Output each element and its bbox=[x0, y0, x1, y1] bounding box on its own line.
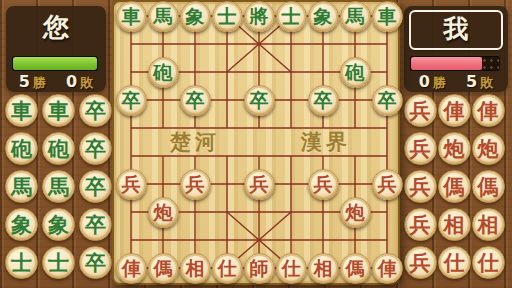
board-point-r8c5[interactable] bbox=[243, 198, 275, 226]
board-point-r1c5[interactable]: 將 bbox=[243, 2, 275, 30]
piece-red-傌-r10c8[interactable]: 傌 bbox=[340, 253, 371, 284]
board-point-r5c1[interactable] bbox=[115, 114, 147, 142]
board-point-r2c7[interactable] bbox=[307, 30, 339, 58]
tray-slot: 仕 bbox=[437, 243, 471, 281]
piece-red-兵-r7c7[interactable]: 兵 bbox=[308, 169, 339, 200]
opponent-name: 您 bbox=[6, 8, 106, 46]
tray-piece-red-俥-r1c3: 俥 bbox=[472, 94, 505, 127]
board-point-r10c5[interactable]: 師 bbox=[243, 254, 275, 282]
board-point-r5c4[interactable] bbox=[211, 114, 243, 142]
tray-slot: 象 bbox=[3, 205, 40, 243]
piece-black-車-r1c9[interactable]: 車 bbox=[372, 1, 403, 32]
piece-black-馬-r1c8[interactable]: 馬 bbox=[340, 1, 371, 32]
board-point-r1c4[interactable]: 士 bbox=[211, 2, 243, 30]
tray-piece-black-士-r5c1: 士 bbox=[5, 246, 38, 279]
player-losses-count: 5 bbox=[466, 72, 477, 91]
board-point-r2c2[interactable] bbox=[147, 30, 179, 58]
board-point-r2c6[interactable] bbox=[275, 30, 307, 58]
tray-piece-black-士-r5c2: 士 bbox=[42, 246, 75, 279]
board-point-r6c7[interactable] bbox=[307, 142, 339, 170]
tray-slot: 馬 bbox=[3, 167, 40, 205]
tray-piece-red-兵-r5c1: 兵 bbox=[404, 246, 437, 279]
piece-black-卒-r4c1[interactable]: 卒 bbox=[116, 85, 147, 116]
tray-piece-black-卒-r5c3: 卒 bbox=[79, 246, 112, 279]
board-point-r2c9[interactable] bbox=[371, 30, 403, 58]
opponent-panel: 您 5勝 0敗 bbox=[6, 6, 106, 92]
tray-slot: 兵 bbox=[403, 205, 437, 243]
opponent-piece-tray: 車車卒砲砲卒馬馬卒象象卒士士卒 bbox=[3, 91, 114, 281]
board-point-r9c8[interactable] bbox=[339, 226, 371, 254]
opponent-losses-count: 0 bbox=[66, 72, 77, 91]
tray-piece-black-車-r1c1: 車 bbox=[5, 94, 38, 127]
piece-black-卒-r4c5[interactable]: 卒 bbox=[244, 85, 275, 116]
board-point-r7c8[interactable] bbox=[339, 170, 371, 198]
player-winrate-fill bbox=[411, 57, 482, 70]
board-point-r7c7[interactable]: 兵 bbox=[307, 170, 339, 198]
board-point-r7c9[interactable]: 兵 bbox=[371, 170, 403, 198]
piece-red-兵-r7c5[interactable]: 兵 bbox=[244, 169, 275, 200]
board-point-r2c1[interactable] bbox=[115, 30, 147, 58]
opponent-winrate-bar bbox=[12, 56, 98, 71]
board-point-r9c1[interactable] bbox=[115, 226, 147, 254]
board-point-r10c3[interactable]: 相 bbox=[179, 254, 211, 282]
tray-piece-red-相-r4c3: 相 bbox=[472, 208, 505, 241]
tray-slot: 相 bbox=[437, 205, 471, 243]
piece-red-傌-r10c2[interactable]: 傌 bbox=[148, 253, 179, 284]
tray-slot: 傌 bbox=[437, 167, 471, 205]
piece-red-相-r10c7[interactable]: 相 bbox=[308, 253, 339, 284]
board-point-r3c1[interactable] bbox=[115, 58, 147, 86]
board-point-r3c9[interactable] bbox=[371, 58, 403, 86]
tray-slot: 傌 bbox=[471, 167, 505, 205]
piece-red-兵-r7c9[interactable]: 兵 bbox=[372, 169, 403, 200]
opponent-losses-label: 敗 bbox=[80, 74, 93, 92]
board-point-r9c7[interactable] bbox=[307, 226, 339, 254]
xiangqi-board[interactable]: 楚河 漢界 車馬象士將士象馬車砲砲卒卒卒卒卒兵兵兵兵兵炮炮俥傌相仕師仕相傌俥 bbox=[112, 0, 400, 285]
board-point-r6c9[interactable] bbox=[371, 142, 403, 170]
piece-red-炮-r8c8[interactable]: 炮 bbox=[340, 197, 371, 228]
board-point-r4c1[interactable]: 卒 bbox=[115, 86, 147, 114]
board-point-r1c7[interactable]: 象 bbox=[307, 2, 339, 30]
tray-piece-red-炮-r2c2: 炮 bbox=[438, 132, 471, 165]
opponent-winrate-fill bbox=[13, 57, 97, 70]
piece-red-俥-r10c1[interactable]: 俥 bbox=[116, 253, 147, 284]
board-point-r7c5[interactable]: 兵 bbox=[243, 170, 275, 198]
tray-slot: 炮 bbox=[437, 129, 471, 167]
tray-piece-red-仕-r5c2: 仕 bbox=[438, 246, 471, 279]
board-point-r3c4[interactable] bbox=[211, 58, 243, 86]
player-wins-count: 0 bbox=[419, 72, 430, 91]
piece-black-士-r1c6[interactable]: 士 bbox=[276, 1, 307, 32]
board-point-r8c4[interactable] bbox=[211, 198, 243, 226]
tray-piece-black-馬-r3c2: 馬 bbox=[42, 170, 75, 203]
tray-slot: 兵 bbox=[403, 91, 437, 129]
tray-slot: 車 bbox=[40, 91, 77, 129]
piece-black-卒-r4c7[interactable]: 卒 bbox=[308, 85, 339, 116]
piece-black-卒-r4c3[interactable]: 卒 bbox=[180, 85, 211, 116]
board-point-r5c6[interactable] bbox=[275, 114, 307, 142]
board-point-r1c2[interactable]: 馬 bbox=[147, 2, 179, 30]
board-point-r4c7[interactable]: 卒 bbox=[307, 86, 339, 114]
board-point-r2c3[interactable] bbox=[179, 30, 211, 58]
player-wins-label: 勝 bbox=[433, 74, 446, 92]
tray-piece-red-俥-r1c2: 俥 bbox=[438, 94, 471, 127]
tray-slot: 俥 bbox=[471, 91, 505, 129]
tray-slot: 車 bbox=[3, 91, 40, 129]
tray-slot: 卒 bbox=[77, 243, 114, 281]
board-point-r3c8[interactable]: 砲 bbox=[339, 58, 371, 86]
board-point-r6c5[interactable] bbox=[243, 142, 275, 170]
tray-piece-red-兵-r2c1: 兵 bbox=[404, 132, 437, 165]
board-point-r4c2[interactable] bbox=[147, 86, 179, 114]
board-point-r9c3[interactable] bbox=[179, 226, 211, 254]
board-point-r1c6[interactable]: 士 bbox=[275, 2, 307, 30]
tray-slot: 卒 bbox=[77, 167, 114, 205]
tray-piece-black-卒-r1c3: 卒 bbox=[79, 94, 112, 127]
board-point-r5c8[interactable] bbox=[339, 114, 371, 142]
opponent-record: 5勝 0敗 bbox=[6, 72, 106, 92]
board-point-r4c3[interactable]: 卒 bbox=[179, 86, 211, 114]
tray-piece-black-卒-r4c3: 卒 bbox=[79, 208, 112, 241]
tray-slot: 砲 bbox=[3, 129, 40, 167]
player-piece-tray: 兵俥俥兵炮炮兵傌傌兵相相兵仕仕 bbox=[403, 91, 505, 281]
board-point-r8c9[interactable] bbox=[371, 198, 403, 226]
tray-piece-red-炮-r2c3: 炮 bbox=[472, 132, 505, 165]
player-record: 0勝 5敗 bbox=[404, 72, 508, 92]
piece-black-將-r1c5[interactable]: 將 bbox=[244, 1, 275, 32]
board-point-r2c5[interactable] bbox=[243, 30, 275, 58]
player-panel: 我 0勝 5敗 bbox=[404, 6, 508, 92]
board-point-r10c7[interactable]: 相 bbox=[307, 254, 339, 282]
board-point-r4c5[interactable]: 卒 bbox=[243, 86, 275, 114]
tray-piece-black-卒-r2c3: 卒 bbox=[79, 132, 112, 165]
board-point-r10c1[interactable]: 俥 bbox=[115, 254, 147, 282]
board-point-r8c6[interactable] bbox=[275, 198, 307, 226]
tray-piece-red-傌-r3c2: 傌 bbox=[438, 170, 471, 203]
board-point-r5c5[interactable] bbox=[243, 114, 275, 142]
player-winrate-bar bbox=[410, 56, 500, 71]
tray-slot: 馬 bbox=[40, 167, 77, 205]
piece-black-卒-r4c9[interactable]: 卒 bbox=[372, 85, 403, 116]
piece-red-仕-r10c4[interactable]: 仕 bbox=[212, 253, 243, 284]
piece-red-炮-r8c2[interactable]: 炮 bbox=[148, 197, 179, 228]
board-point-r5c2[interactable] bbox=[147, 114, 179, 142]
board-point-r9c9[interactable] bbox=[371, 226, 403, 254]
tray-piece-black-車-r1c2: 車 bbox=[42, 94, 75, 127]
piece-black-象-r1c7[interactable]: 象 bbox=[308, 1, 339, 32]
board-point-r6c1[interactable] bbox=[115, 142, 147, 170]
tray-slot: 兵 bbox=[403, 129, 437, 167]
piece-red-兵-r7c1[interactable]: 兵 bbox=[116, 169, 147, 200]
board-point-r6c2[interactable] bbox=[147, 142, 179, 170]
piece-red-兵-r7c3[interactable]: 兵 bbox=[180, 169, 211, 200]
tray-piece-black-卒-r3c3: 卒 bbox=[79, 170, 112, 203]
tray-slot: 仕 bbox=[471, 243, 505, 281]
tray-slot: 相 bbox=[471, 205, 505, 243]
tray-piece-black-象-r4c1: 象 bbox=[5, 208, 38, 241]
board-point-r4c9[interactable]: 卒 bbox=[371, 86, 403, 114]
board-point-r8c7[interactable] bbox=[307, 198, 339, 226]
tray-piece-black-馬-r3c1: 馬 bbox=[5, 170, 38, 203]
board-point-r3c5[interactable] bbox=[243, 58, 275, 86]
board-point-r9c4[interactable] bbox=[211, 226, 243, 254]
piece-red-仕-r10c6[interactable]: 仕 bbox=[276, 253, 307, 284]
board-point-r7c4[interactable] bbox=[211, 170, 243, 198]
tray-slot: 象 bbox=[40, 205, 77, 243]
board-point-r7c1[interactable]: 兵 bbox=[115, 170, 147, 198]
tray-slot: 卒 bbox=[77, 205, 114, 243]
tray-piece-black-象-r4c2: 象 bbox=[42, 208, 75, 241]
board-point-r8c8[interactable]: 炮 bbox=[339, 198, 371, 226]
board-point-r4c6[interactable] bbox=[275, 86, 307, 114]
board-point-r3c6[interactable] bbox=[275, 58, 307, 86]
opponent-wins-label: 勝 bbox=[33, 74, 46, 92]
tray-piece-black-砲-r2c2: 砲 bbox=[42, 132, 75, 165]
board-point-r8c1[interactable] bbox=[115, 198, 147, 226]
tray-slot: 士 bbox=[3, 243, 40, 281]
board-point-r5c9[interactable] bbox=[371, 114, 403, 142]
piece-black-砲-r3c8[interactable]: 砲 bbox=[340, 57, 371, 88]
board-point-r10c9[interactable]: 俥 bbox=[371, 254, 403, 282]
board-point-r6c3[interactable] bbox=[179, 142, 211, 170]
tray-slot: 卒 bbox=[77, 91, 114, 129]
board-point-r5c7[interactable] bbox=[307, 114, 339, 142]
board-point-r3c7[interactable] bbox=[307, 58, 339, 86]
piece-black-砲-r3c2[interactable]: 砲 bbox=[148, 57, 179, 88]
board-point-r1c3[interactable]: 象 bbox=[179, 2, 211, 30]
board-point-r7c6[interactable] bbox=[275, 170, 307, 198]
board-point-r7c3[interactable]: 兵 bbox=[179, 170, 211, 198]
tray-slot: 士 bbox=[40, 243, 77, 281]
board-point-r9c5[interactable] bbox=[243, 226, 275, 254]
board-point-r5c3[interactable] bbox=[179, 114, 211, 142]
tray-piece-red-仕-r5c3: 仕 bbox=[472, 246, 505, 279]
tray-slot: 兵 bbox=[403, 243, 437, 281]
board-point-r8c3[interactable] bbox=[179, 198, 211, 226]
tray-slot: 炮 bbox=[471, 129, 505, 167]
board-point-r4c4[interactable] bbox=[211, 86, 243, 114]
player-name: 我 bbox=[411, 12, 501, 46]
tray-piece-black-砲-r2c1: 砲 bbox=[5, 132, 38, 165]
board-point-r3c3[interactable] bbox=[179, 58, 211, 86]
board-point-r9c6[interactable] bbox=[275, 226, 307, 254]
board-point-r6c4[interactable] bbox=[211, 142, 243, 170]
board-point-r9c2[interactable] bbox=[147, 226, 179, 254]
board-point-r6c6[interactable] bbox=[275, 142, 307, 170]
board-point-r10c6[interactable]: 仕 bbox=[275, 254, 307, 282]
tray-piece-red-兵-r4c1: 兵 bbox=[404, 208, 437, 241]
tray-slot: 砲 bbox=[40, 129, 77, 167]
board-point-r2c4[interactable] bbox=[211, 30, 243, 58]
piece-black-士-r1c4[interactable]: 士 bbox=[212, 1, 243, 32]
piece-black-馬-r1c2[interactable]: 馬 bbox=[148, 1, 179, 32]
board-pieces: 車馬象士將士象馬車砲砲卒卒卒卒卒兵兵兵兵兵炮炮俥傌相仕師仕相傌俥 bbox=[115, 2, 403, 282]
piece-red-相-r10c3[interactable]: 相 bbox=[180, 253, 211, 284]
piece-red-師-r10c5[interactable]: 師 bbox=[244, 253, 275, 284]
board-point-r1c9[interactable]: 車 bbox=[371, 2, 403, 30]
board-point-r2c8[interactable] bbox=[339, 30, 371, 58]
board-point-r3c2[interactable]: 砲 bbox=[147, 58, 179, 86]
tray-piece-red-相-r4c2: 相 bbox=[438, 208, 471, 241]
tray-slot: 俥 bbox=[437, 91, 471, 129]
piece-black-象-r1c3[interactable]: 象 bbox=[180, 1, 211, 32]
board-point-r6c8[interactable] bbox=[339, 142, 371, 170]
tray-slot: 兵 bbox=[403, 167, 437, 205]
board-point-r8c2[interactable]: 炮 bbox=[147, 198, 179, 226]
board-point-r4c8[interactable] bbox=[339, 86, 371, 114]
board-point-r1c1[interactable]: 車 bbox=[115, 2, 147, 30]
board-point-r1c8[interactable]: 馬 bbox=[339, 2, 371, 30]
tray-piece-red-兵-r3c1: 兵 bbox=[404, 170, 437, 203]
tray-slot: 卒 bbox=[77, 129, 114, 167]
piece-black-車-r1c1[interactable]: 車 bbox=[116, 1, 147, 32]
piece-red-俥-r10c9[interactable]: 俥 bbox=[372, 253, 403, 284]
tray-piece-red-兵-r1c1: 兵 bbox=[404, 94, 437, 127]
board-point-r10c8[interactable]: 傌 bbox=[339, 254, 371, 282]
player-losses-label: 敗 bbox=[480, 74, 493, 92]
board-point-r10c2[interactable]: 傌 bbox=[147, 254, 179, 282]
tray-piece-red-傌-r3c3: 傌 bbox=[472, 170, 505, 203]
board-point-r10c4[interactable]: 仕 bbox=[211, 254, 243, 282]
opponent-wins-count: 5 bbox=[19, 72, 30, 91]
player-active-indicator-box: 我 bbox=[409, 10, 503, 50]
board-point-r7c2[interactable] bbox=[147, 170, 179, 198]
